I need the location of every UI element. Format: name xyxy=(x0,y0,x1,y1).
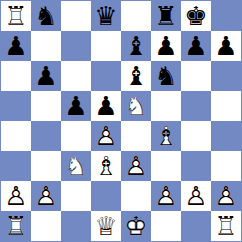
piece-outline-layer: ♙ xyxy=(121,151,151,181)
black-bishop[interactable]: ♝ xyxy=(121,31,151,61)
square-a7[interactable]: ♟ xyxy=(1,31,31,61)
square-f7[interactable]: ♟ xyxy=(151,31,181,61)
square-f3[interactable] xyxy=(151,151,181,181)
piece-outline-layer: ♗ xyxy=(91,151,121,181)
square-c7[interactable] xyxy=(61,31,91,61)
square-c3[interactable]: ♞♘ xyxy=(61,151,91,181)
black-king[interactable]: ♚ xyxy=(181,1,211,31)
piece-outline-layer: ♘ xyxy=(61,151,91,181)
square-h1[interactable]: ♜♖ xyxy=(211,211,241,241)
piece-fill-layer: ♟ xyxy=(31,61,61,91)
square-b8[interactable]: ♞ xyxy=(31,1,61,31)
piece-fill-layer: ♟ xyxy=(91,91,121,121)
white-rook[interactable]: ♜♖ xyxy=(1,211,31,241)
square-c5[interactable]: ♟ xyxy=(61,91,91,121)
black-pawn[interactable]: ♟ xyxy=(31,61,61,91)
square-h3[interactable] xyxy=(211,151,241,181)
square-d7[interactable] xyxy=(91,31,121,61)
square-e4[interactable] xyxy=(121,121,151,151)
square-h5[interactable] xyxy=(211,91,241,121)
piece-outline-layer: ♖ xyxy=(1,1,31,31)
square-d4[interactable]: ♟♙ xyxy=(91,121,121,151)
white-pawn[interactable]: ♟♙ xyxy=(181,181,211,211)
piece-outline-layer: ♙ xyxy=(1,181,31,211)
white-pawn[interactable]: ♟♙ xyxy=(91,121,121,151)
square-c6[interactable] xyxy=(61,61,91,91)
square-e8[interactable] xyxy=(121,1,151,31)
piece-fill-layer: ♟ xyxy=(151,31,181,61)
square-c2[interactable] xyxy=(61,181,91,211)
piece-fill-layer: ♛ xyxy=(91,1,121,31)
square-b6[interactable]: ♟ xyxy=(31,61,61,91)
chess-board: ♜♖♞♛♜♚♟♝♟♟♟♟♝♞♟♟♞♘♟♙♝♗♞♘♝♗♟♙♟♙♟♙♟♙♟♙♟♙♜♖… xyxy=(0,0,242,242)
white-rook[interactable]: ♜♖ xyxy=(1,1,31,31)
square-d3[interactable]: ♝♗ xyxy=(91,151,121,181)
square-h8[interactable] xyxy=(211,1,241,31)
black-queen[interactable]: ♛ xyxy=(91,1,121,31)
piece-fill-layer: ♟ xyxy=(181,31,211,61)
piece-outline-layer: ♙ xyxy=(31,181,61,211)
square-c4[interactable] xyxy=(61,121,91,151)
square-b3[interactable] xyxy=(31,151,61,181)
square-f5[interactable] xyxy=(151,91,181,121)
square-a6[interactable] xyxy=(1,61,31,91)
square-g2[interactable]: ♟♙ xyxy=(181,181,211,211)
piece-outline-layer: ♕ xyxy=(91,211,121,241)
white-queen[interactable]: ♛♕ xyxy=(91,211,121,241)
white-pawn[interactable]: ♟♙ xyxy=(1,181,31,211)
square-a5[interactable] xyxy=(1,91,31,121)
black-bishop[interactable]: ♝ xyxy=(121,61,151,91)
square-d1[interactable]: ♛♕ xyxy=(91,211,121,241)
white-knight[interactable]: ♞♘ xyxy=(121,91,151,121)
square-e5[interactable]: ♞♘ xyxy=(121,91,151,121)
square-g5[interactable] xyxy=(181,91,211,121)
piece-fill-layer: ♟ xyxy=(1,31,31,61)
piece-fill-layer: ♜ xyxy=(151,1,181,31)
piece-outline-layer: ♙ xyxy=(211,181,241,211)
square-d8[interactable]: ♛ xyxy=(91,1,121,31)
square-e3[interactable]: ♟♙ xyxy=(121,151,151,181)
piece-fill-layer: ♚ xyxy=(181,1,211,31)
square-h2[interactable]: ♟♙ xyxy=(211,181,241,211)
square-g1[interactable] xyxy=(181,211,211,241)
square-e7[interactable]: ♝ xyxy=(121,31,151,61)
square-f4[interactable]: ♝♗ xyxy=(151,121,181,151)
piece-outline-layer: ♖ xyxy=(211,211,241,241)
white-rook[interactable]: ♜♖ xyxy=(211,211,241,241)
square-b2[interactable]: ♟♙ xyxy=(31,181,61,211)
square-a1[interactable]: ♜♖ xyxy=(1,211,31,241)
piece-outline-layer: ♘ xyxy=(121,91,151,121)
piece-fill-layer: ♝ xyxy=(121,31,151,61)
black-knight[interactable]: ♞ xyxy=(151,61,181,91)
piece-outline-layer: ♔ xyxy=(121,211,151,241)
square-g3[interactable] xyxy=(181,151,211,181)
black-pawn[interactable]: ♟ xyxy=(151,31,181,61)
black-pawn[interactable]: ♟ xyxy=(91,91,121,121)
white-pawn[interactable]: ♟♙ xyxy=(31,181,61,211)
square-a8[interactable]: ♜♖ xyxy=(1,1,31,31)
square-g4[interactable] xyxy=(181,121,211,151)
square-e2[interactable] xyxy=(121,181,151,211)
black-knight[interactable]: ♞ xyxy=(31,1,61,31)
piece-fill-layer: ♞ xyxy=(151,61,181,91)
square-d2[interactable] xyxy=(91,181,121,211)
black-pawn[interactable]: ♟ xyxy=(1,31,31,61)
white-bishop[interactable]: ♝♗ xyxy=(151,121,181,151)
square-b7[interactable] xyxy=(31,31,61,61)
square-c8[interactable] xyxy=(61,1,91,31)
piece-fill-layer: ♟ xyxy=(61,91,91,121)
piece-outline-layer: ♗ xyxy=(151,121,181,151)
white-pawn[interactable]: ♟♙ xyxy=(121,151,151,181)
square-c1[interactable] xyxy=(61,211,91,241)
white-bishop[interactable]: ♝♗ xyxy=(91,151,121,181)
square-b1[interactable] xyxy=(31,211,61,241)
piece-outline-layer: ♖ xyxy=(1,211,31,241)
white-king[interactable]: ♚♔ xyxy=(121,211,151,241)
square-f1[interactable] xyxy=(151,211,181,241)
square-b4[interactable] xyxy=(31,121,61,151)
square-a2[interactable]: ♟♙ xyxy=(1,181,31,211)
square-a3[interactable] xyxy=(1,151,31,181)
white-pawn[interactable]: ♟♙ xyxy=(211,181,241,211)
piece-outline-layer: ♙ xyxy=(151,181,181,211)
piece-fill-layer: ♟ xyxy=(211,31,241,61)
square-d6[interactable] xyxy=(91,61,121,91)
square-f6[interactable]: ♞ xyxy=(151,61,181,91)
piece-outline-layer: ♙ xyxy=(181,181,211,211)
square-d5[interactable]: ♟ xyxy=(91,91,121,121)
black-pawn[interactable]: ♟ xyxy=(61,91,91,121)
square-h6[interactable] xyxy=(211,61,241,91)
white-knight[interactable]: ♞♘ xyxy=(61,151,91,181)
piece-fill-layer: ♞ xyxy=(31,1,61,31)
piece-fill-layer: ♝ xyxy=(121,61,151,91)
black-rook[interactable]: ♜ xyxy=(151,1,181,31)
square-h4[interactable] xyxy=(211,121,241,151)
piece-outline-layer: ♙ xyxy=(91,121,121,151)
black-pawn[interactable]: ♟ xyxy=(211,31,241,61)
square-h7[interactable]: ♟ xyxy=(211,31,241,61)
square-f8[interactable]: ♜ xyxy=(151,1,181,31)
black-pawn[interactable]: ♟ xyxy=(181,31,211,61)
square-g6[interactable] xyxy=(181,61,211,91)
square-b5[interactable] xyxy=(31,91,61,121)
square-g8[interactable]: ♚ xyxy=(181,1,211,31)
square-f2[interactable]: ♟♙ xyxy=(151,181,181,211)
square-a4[interactable] xyxy=(1,121,31,151)
square-g7[interactable]: ♟ xyxy=(181,31,211,61)
square-e1[interactable]: ♚♔ xyxy=(121,211,151,241)
square-e6[interactable]: ♝ xyxy=(121,61,151,91)
white-pawn[interactable]: ♟♙ xyxy=(151,181,181,211)
